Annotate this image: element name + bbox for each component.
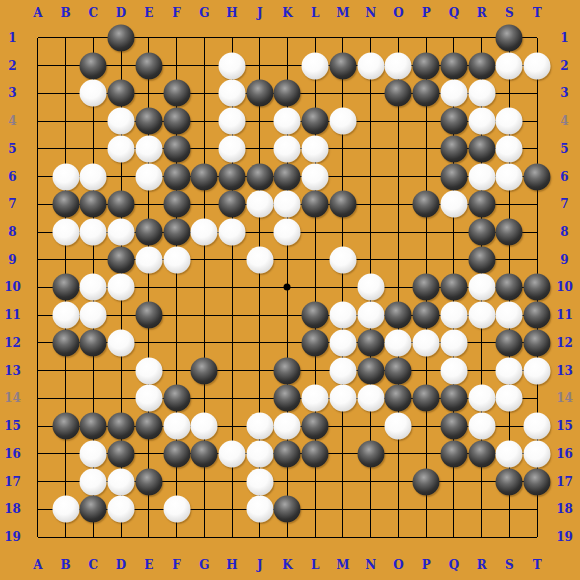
intersection-P17[interactable] (412, 468, 440, 496)
intersection-H6[interactable] (218, 163, 246, 191)
intersection-T6[interactable] (523, 163, 551, 191)
intersection-O16[interactable] (385, 440, 413, 468)
intersection-A13[interactable] (24, 357, 52, 385)
intersection-S10[interactable] (496, 274, 524, 302)
intersection-P12[interactable] (412, 329, 440, 357)
intersection-T16[interactable] (523, 440, 551, 468)
intersection-E9[interactable] (135, 246, 163, 274)
intersection-P19[interactable] (412, 523, 440, 551)
intersection-N12[interactable] (357, 329, 385, 357)
intersection-P9[interactable] (412, 246, 440, 274)
intersection-E18[interactable] (135, 496, 163, 524)
intersection-T3[interactable] (523, 79, 551, 107)
intersection-S17[interactable] (496, 468, 524, 496)
intersection-P14[interactable] (412, 385, 440, 413)
intersection-S11[interactable] (496, 301, 524, 329)
intersection-A19[interactable] (24, 523, 52, 551)
intersection-O15[interactable] (385, 412, 413, 440)
intersection-Q7[interactable] (440, 190, 468, 218)
intersection-E15[interactable] (135, 412, 163, 440)
intersection-T12[interactable] (523, 329, 551, 357)
intersection-A2[interactable] (24, 52, 52, 80)
intersection-R9[interactable] (468, 246, 496, 274)
intersection-K17[interactable] (274, 468, 302, 496)
intersection-R4[interactable] (468, 107, 496, 135)
intersection-D17[interactable] (107, 468, 135, 496)
intersection-R2[interactable] (468, 52, 496, 80)
intersection-C17[interactable] (79, 468, 107, 496)
intersection-A4[interactable] (24, 107, 52, 135)
intersection-F8[interactable] (163, 218, 191, 246)
intersection-D13[interactable] (107, 357, 135, 385)
intersection-N18[interactable] (357, 496, 385, 524)
intersection-R19[interactable] (468, 523, 496, 551)
intersection-J4[interactable] (246, 107, 274, 135)
intersection-E14[interactable] (135, 385, 163, 413)
intersection-E6[interactable] (135, 163, 163, 191)
intersection-O3[interactable] (385, 79, 413, 107)
intersection-O9[interactable] (385, 246, 413, 274)
intersection-S14[interactable] (496, 385, 524, 413)
intersection-D10[interactable] (107, 274, 135, 302)
intersection-J6[interactable] (246, 163, 274, 191)
intersection-E4[interactable] (135, 107, 163, 135)
intersection-H19[interactable] (218, 523, 246, 551)
intersection-E7[interactable] (135, 190, 163, 218)
intersection-M15[interactable] (329, 412, 357, 440)
intersection-L18[interactable] (301, 496, 329, 524)
intersection-S6[interactable] (496, 163, 524, 191)
intersection-E17[interactable] (135, 468, 163, 496)
intersection-A8[interactable] (24, 218, 52, 246)
intersection-F3[interactable] (163, 79, 191, 107)
intersection-K13[interactable] (274, 357, 302, 385)
intersection-L14[interactable] (301, 385, 329, 413)
intersection-G14[interactable] (190, 385, 218, 413)
intersection-C10[interactable] (79, 274, 107, 302)
intersection-F1[interactable] (163, 24, 191, 52)
intersection-G2[interactable] (190, 52, 218, 80)
intersection-Q15[interactable] (440, 412, 468, 440)
intersection-G6[interactable] (190, 163, 218, 191)
intersection-C15[interactable] (79, 412, 107, 440)
intersection-L6[interactable] (301, 163, 329, 191)
intersection-D8[interactable] (107, 218, 135, 246)
intersection-K19[interactable] (274, 523, 302, 551)
intersection-O7[interactable] (385, 190, 413, 218)
intersection-R13[interactable] (468, 357, 496, 385)
intersection-J5[interactable] (246, 135, 274, 163)
intersection-L15[interactable] (301, 412, 329, 440)
intersection-G10[interactable] (190, 274, 218, 302)
intersection-D7[interactable] (107, 190, 135, 218)
intersection-S7[interactable] (496, 190, 524, 218)
intersection-L17[interactable] (301, 468, 329, 496)
intersection-M3[interactable] (329, 79, 357, 107)
intersection-O19[interactable] (385, 523, 413, 551)
intersection-O13[interactable] (385, 357, 413, 385)
intersection-L12[interactable] (301, 329, 329, 357)
intersection-G15[interactable] (190, 412, 218, 440)
intersection-G13[interactable] (190, 357, 218, 385)
intersection-L8[interactable] (301, 218, 329, 246)
intersection-E3[interactable] (135, 79, 163, 107)
intersection-F7[interactable] (163, 190, 191, 218)
intersection-B16[interactable] (52, 440, 80, 468)
intersection-L2[interactable] (301, 52, 329, 80)
intersection-A15[interactable] (24, 412, 52, 440)
intersection-E13[interactable] (135, 357, 163, 385)
intersection-K8[interactable] (274, 218, 302, 246)
intersection-B10[interactable] (52, 274, 80, 302)
intersection-Q9[interactable] (440, 246, 468, 274)
intersection-G5[interactable] (190, 135, 218, 163)
intersection-P2[interactable] (412, 52, 440, 80)
intersection-N15[interactable] (357, 412, 385, 440)
intersection-R7[interactable] (468, 190, 496, 218)
intersection-N16[interactable] (357, 440, 385, 468)
intersection-D6[interactable] (107, 163, 135, 191)
intersection-B3[interactable] (52, 79, 80, 107)
intersection-N4[interactable] (357, 107, 385, 135)
intersection-R16[interactable] (468, 440, 496, 468)
intersection-C13[interactable] (79, 357, 107, 385)
intersection-B7[interactable] (52, 190, 80, 218)
intersection-A18[interactable] (24, 496, 52, 524)
intersection-B6[interactable] (52, 163, 80, 191)
intersection-D14[interactable] (107, 385, 135, 413)
intersection-F5[interactable] (163, 135, 191, 163)
intersection-E8[interactable] (135, 218, 163, 246)
intersection-F6[interactable] (163, 163, 191, 191)
intersection-J18[interactable] (246, 496, 274, 524)
intersection-O5[interactable] (385, 135, 413, 163)
intersection-M16[interactable] (329, 440, 357, 468)
intersection-J15[interactable] (246, 412, 274, 440)
intersection-T14[interactable] (523, 385, 551, 413)
intersection-T2[interactable] (523, 52, 551, 80)
intersection-T8[interactable] (523, 218, 551, 246)
intersection-G12[interactable] (190, 329, 218, 357)
intersection-T4[interactable] (523, 107, 551, 135)
intersection-M13[interactable] (329, 357, 357, 385)
intersection-S9[interactable] (496, 246, 524, 274)
intersection-D3[interactable] (107, 79, 135, 107)
intersection-G11[interactable] (190, 301, 218, 329)
intersection-K18[interactable] (274, 496, 302, 524)
intersection-K10[interactable] (274, 274, 302, 302)
intersection-R8[interactable] (468, 218, 496, 246)
intersection-J17[interactable] (246, 468, 274, 496)
intersection-C18[interactable] (79, 496, 107, 524)
intersection-G16[interactable] (190, 440, 218, 468)
intersection-H8[interactable] (218, 218, 246, 246)
intersection-T15[interactable] (523, 412, 551, 440)
intersection-F18[interactable] (163, 496, 191, 524)
intersection-A10[interactable] (24, 274, 52, 302)
intersection-Q4[interactable] (440, 107, 468, 135)
intersection-Q11[interactable] (440, 301, 468, 329)
intersection-A7[interactable] (24, 190, 52, 218)
intersection-R14[interactable] (468, 385, 496, 413)
intersection-Q5[interactable] (440, 135, 468, 163)
intersection-H1[interactable] (218, 24, 246, 52)
intersection-C16[interactable] (79, 440, 107, 468)
intersection-N11[interactable] (357, 301, 385, 329)
intersection-K14[interactable] (274, 385, 302, 413)
intersection-P6[interactable] (412, 163, 440, 191)
intersection-S5[interactable] (496, 135, 524, 163)
intersection-N19[interactable] (357, 523, 385, 551)
intersection-R18[interactable] (468, 496, 496, 524)
intersection-R1[interactable] (468, 24, 496, 52)
intersection-P11[interactable] (412, 301, 440, 329)
intersection-C6[interactable] (79, 163, 107, 191)
intersection-S4[interactable] (496, 107, 524, 135)
intersection-P18[interactable] (412, 496, 440, 524)
intersection-H11[interactable] (218, 301, 246, 329)
intersection-L3[interactable] (301, 79, 329, 107)
intersection-B5[interactable] (52, 135, 80, 163)
intersection-E1[interactable] (135, 24, 163, 52)
intersection-N5[interactable] (357, 135, 385, 163)
intersection-E11[interactable] (135, 301, 163, 329)
intersection-G1[interactable] (190, 24, 218, 52)
intersection-L19[interactable] (301, 523, 329, 551)
intersection-T18[interactable] (523, 496, 551, 524)
intersection-C19[interactable] (79, 523, 107, 551)
intersection-F16[interactable] (163, 440, 191, 468)
intersection-K15[interactable] (274, 412, 302, 440)
intersection-J9[interactable] (246, 246, 274, 274)
intersection-Q10[interactable] (440, 274, 468, 302)
intersection-C5[interactable] (79, 135, 107, 163)
intersection-S2[interactable] (496, 52, 524, 80)
intersection-D4[interactable] (107, 107, 135, 135)
intersection-C9[interactable] (79, 246, 107, 274)
intersection-Q3[interactable] (440, 79, 468, 107)
intersection-G18[interactable] (190, 496, 218, 524)
intersection-M12[interactable] (329, 329, 357, 357)
intersection-Q14[interactable] (440, 385, 468, 413)
intersection-P3[interactable] (412, 79, 440, 107)
intersection-M17[interactable] (329, 468, 357, 496)
intersection-L4[interactable] (301, 107, 329, 135)
intersection-S8[interactable] (496, 218, 524, 246)
intersection-A16[interactable] (24, 440, 52, 468)
intersection-M19[interactable] (329, 523, 357, 551)
intersection-L10[interactable] (301, 274, 329, 302)
intersection-J11[interactable] (246, 301, 274, 329)
intersection-P7[interactable] (412, 190, 440, 218)
intersection-T5[interactable] (523, 135, 551, 163)
intersection-H18[interactable] (218, 496, 246, 524)
intersection-H13[interactable] (218, 357, 246, 385)
intersection-A5[interactable] (24, 135, 52, 163)
intersection-D5[interactable] (107, 135, 135, 163)
intersection-K1[interactable] (274, 24, 302, 52)
intersection-M2[interactable] (329, 52, 357, 80)
intersection-C7[interactable] (79, 190, 107, 218)
intersection-Q12[interactable] (440, 329, 468, 357)
intersection-R15[interactable] (468, 412, 496, 440)
intersection-K16[interactable] (274, 440, 302, 468)
intersection-K5[interactable] (274, 135, 302, 163)
intersection-K6[interactable] (274, 163, 302, 191)
intersection-M8[interactable] (329, 218, 357, 246)
intersection-P8[interactable] (412, 218, 440, 246)
intersection-H16[interactable] (218, 440, 246, 468)
intersection-Q18[interactable] (440, 496, 468, 524)
intersection-M18[interactable] (329, 496, 357, 524)
intersection-N7[interactable] (357, 190, 385, 218)
intersection-O1[interactable] (385, 24, 413, 52)
intersection-A17[interactable] (24, 468, 52, 496)
intersection-E19[interactable] (135, 523, 163, 551)
intersection-B12[interactable] (52, 329, 80, 357)
intersection-R6[interactable] (468, 163, 496, 191)
intersection-G17[interactable] (190, 468, 218, 496)
intersection-C12[interactable] (79, 329, 107, 357)
intersection-A12[interactable] (24, 329, 52, 357)
intersection-B2[interactable] (52, 52, 80, 80)
intersection-J3[interactable] (246, 79, 274, 107)
intersection-P16[interactable] (412, 440, 440, 468)
intersection-B15[interactable] (52, 412, 80, 440)
intersection-M1[interactable] (329, 24, 357, 52)
intersection-C4[interactable] (79, 107, 107, 135)
intersection-Q6[interactable] (440, 163, 468, 191)
intersection-O8[interactable] (385, 218, 413, 246)
intersection-T13[interactable] (523, 357, 551, 385)
intersection-L16[interactable] (301, 440, 329, 468)
intersection-B8[interactable] (52, 218, 80, 246)
intersection-A11[interactable] (24, 301, 52, 329)
intersection-N8[interactable] (357, 218, 385, 246)
intersection-L1[interactable] (301, 24, 329, 52)
intersection-N6[interactable] (357, 163, 385, 191)
intersection-H10[interactable] (218, 274, 246, 302)
intersection-G7[interactable] (190, 190, 218, 218)
intersection-S19[interactable] (496, 523, 524, 551)
intersection-B13[interactable] (52, 357, 80, 385)
intersection-Q8[interactable] (440, 218, 468, 246)
intersection-H15[interactable] (218, 412, 246, 440)
intersection-E5[interactable] (135, 135, 163, 163)
intersection-O18[interactable] (385, 496, 413, 524)
intersection-R3[interactable] (468, 79, 496, 107)
intersection-N1[interactable] (357, 24, 385, 52)
intersection-O11[interactable] (385, 301, 413, 329)
intersection-K3[interactable] (274, 79, 302, 107)
intersection-A3[interactable] (24, 79, 52, 107)
intersection-F10[interactable] (163, 274, 191, 302)
intersection-F2[interactable] (163, 52, 191, 80)
intersection-T19[interactable] (523, 523, 551, 551)
intersection-J10[interactable] (246, 274, 274, 302)
intersection-C2[interactable] (79, 52, 107, 80)
intersection-N10[interactable] (357, 274, 385, 302)
intersection-N2[interactable] (357, 52, 385, 80)
intersection-D9[interactable] (107, 246, 135, 274)
intersection-D19[interactable] (107, 523, 135, 551)
intersection-K11[interactable] (274, 301, 302, 329)
intersection-N17[interactable] (357, 468, 385, 496)
intersection-S3[interactable] (496, 79, 524, 107)
intersection-J7[interactable] (246, 190, 274, 218)
intersection-D18[interactable] (107, 496, 135, 524)
intersection-F15[interactable] (163, 412, 191, 440)
intersection-E12[interactable] (135, 329, 163, 357)
intersection-T11[interactable] (523, 301, 551, 329)
intersection-G4[interactable] (190, 107, 218, 135)
intersection-N13[interactable] (357, 357, 385, 385)
intersection-K9[interactable] (274, 246, 302, 274)
intersection-R10[interactable] (468, 274, 496, 302)
intersection-J16[interactable] (246, 440, 274, 468)
intersection-R17[interactable] (468, 468, 496, 496)
intersection-M14[interactable] (329, 385, 357, 413)
intersection-Q19[interactable] (440, 523, 468, 551)
intersection-Q16[interactable] (440, 440, 468, 468)
intersection-E10[interactable] (135, 274, 163, 302)
intersection-B19[interactable] (52, 523, 80, 551)
intersection-H3[interactable] (218, 79, 246, 107)
intersection-F13[interactable] (163, 357, 191, 385)
intersection-F17[interactable] (163, 468, 191, 496)
intersection-M11[interactable] (329, 301, 357, 329)
intersection-F9[interactable] (163, 246, 191, 274)
intersection-J8[interactable] (246, 218, 274, 246)
intersection-T9[interactable] (523, 246, 551, 274)
intersection-B4[interactable] (52, 107, 80, 135)
intersection-P4[interactable] (412, 107, 440, 135)
intersection-C14[interactable] (79, 385, 107, 413)
intersection-B14[interactable] (52, 385, 80, 413)
intersection-H17[interactable] (218, 468, 246, 496)
intersection-A6[interactable] (24, 163, 52, 191)
intersection-O14[interactable] (385, 385, 413, 413)
intersection-O17[interactable] (385, 468, 413, 496)
intersection-J13[interactable] (246, 357, 274, 385)
intersection-L5[interactable] (301, 135, 329, 163)
intersection-S18[interactable] (496, 496, 524, 524)
intersection-J14[interactable] (246, 385, 274, 413)
intersection-L13[interactable] (301, 357, 329, 385)
intersection-P15[interactable] (412, 412, 440, 440)
intersection-M6[interactable] (329, 163, 357, 191)
intersection-T10[interactable] (523, 274, 551, 302)
intersection-B9[interactable] (52, 246, 80, 274)
intersection-H7[interactable] (218, 190, 246, 218)
intersection-C3[interactable] (79, 79, 107, 107)
intersection-R12[interactable] (468, 329, 496, 357)
intersection-P13[interactable] (412, 357, 440, 385)
intersection-O6[interactable] (385, 163, 413, 191)
intersection-O12[interactable] (385, 329, 413, 357)
intersection-J2[interactable] (246, 52, 274, 80)
intersection-F11[interactable] (163, 301, 191, 329)
intersection-A9[interactable] (24, 246, 52, 274)
intersection-E2[interactable] (135, 52, 163, 80)
intersection-R11[interactable] (468, 301, 496, 329)
intersection-D12[interactable] (107, 329, 135, 357)
intersection-T1[interactable] (523, 24, 551, 52)
intersection-M7[interactable] (329, 190, 357, 218)
intersection-Q17[interactable] (440, 468, 468, 496)
intersection-Q1[interactable] (440, 24, 468, 52)
intersection-F19[interactable] (163, 523, 191, 551)
